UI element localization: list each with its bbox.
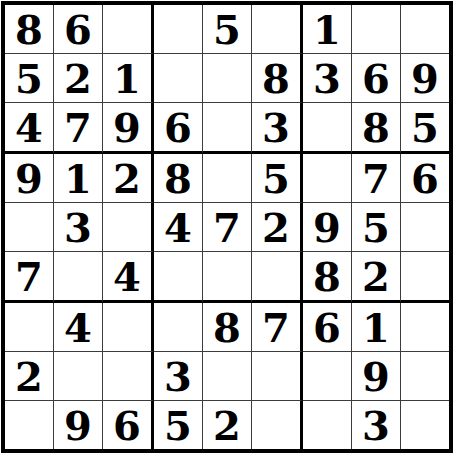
sudoku-cell-r5c1[interactable] [5, 203, 54, 252]
sudoku-cell-r3c9: 5 [401, 103, 449, 154]
sudoku-cell-r5c9[interactable] [401, 203, 449, 252]
sudoku-cell-r3c1: 4 [5, 103, 54, 154]
sudoku-cell-r8c4: 3 [154, 352, 203, 401]
sudoku-cell-r1c7: 1 [303, 5, 352, 54]
sudoku-cell-r6c9[interactable] [401, 252, 449, 303]
sudoku-cell-r2c3: 1 [103, 54, 154, 103]
sudoku-cell-r6c8: 2 [352, 252, 401, 303]
sudoku-cell-r6c2[interactable] [54, 252, 103, 303]
sudoku-cell-r8c8: 9 [352, 352, 401, 401]
sudoku-cell-r2c6: 8 [252, 54, 303, 103]
sudoku-cell-r7c6: 7 [252, 303, 303, 352]
sudoku-cell-r9c3: 6 [103, 401, 154, 449]
sudoku-cell-r8c9[interactable] [401, 352, 449, 401]
sudoku-cell-r6c5[interactable] [203, 252, 252, 303]
sudoku-cell-r3c2: 7 [54, 103, 103, 154]
sudoku-cell-r8c1: 2 [5, 352, 54, 401]
sudoku-cell-r7c2: 4 [54, 303, 103, 352]
sudoku-cell-r7c9[interactable] [401, 303, 449, 352]
sudoku-cell-r3c5[interactable] [203, 103, 252, 154]
sudoku-cell-r5c2: 3 [54, 203, 103, 252]
sudoku-cell-r5c3[interactable] [103, 203, 154, 252]
sudoku-cell-r1c8[interactable] [352, 5, 401, 54]
sudoku-cell-r3c8: 8 [352, 103, 401, 154]
sudoku-cell-r4c5[interactable] [203, 154, 252, 203]
sudoku-cell-r6c6[interactable] [252, 252, 303, 303]
sudoku-cell-r4c1: 9 [5, 154, 54, 203]
sudoku-cell-r1c5: 5 [203, 5, 252, 54]
sudoku-cell-r4c2: 1 [54, 154, 103, 203]
sudoku-cell-r9c6[interactable] [252, 401, 303, 449]
sudoku-cell-r7c1[interactable] [5, 303, 54, 352]
sudoku-board: 8651521836947963859128576347295748248761… [1, 1, 453, 453]
sudoku-cell-r8c5[interactable] [203, 352, 252, 401]
sudoku-cell-r1c4[interactable] [154, 5, 203, 54]
sudoku-cell-r9c7[interactable] [303, 401, 352, 449]
sudoku-cell-r3c7[interactable] [303, 103, 352, 154]
sudoku-cell-r1c3[interactable] [103, 5, 154, 54]
sudoku-cell-r3c4: 6 [154, 103, 203, 154]
sudoku-cell-r4c7[interactable] [303, 154, 352, 203]
sudoku-cell-r9c1[interactable] [5, 401, 54, 449]
sudoku-cell-r5c6: 2 [252, 203, 303, 252]
sudoku-cell-r9c8: 3 [352, 401, 401, 449]
sudoku-cell-r2c7: 3 [303, 54, 352, 103]
sudoku-cell-r4c6: 5 [252, 154, 303, 203]
sudoku-cell-r4c4: 8 [154, 154, 203, 203]
sudoku-cell-r7c8: 1 [352, 303, 401, 352]
sudoku-cell-r4c3: 2 [103, 154, 154, 203]
sudoku-cell-r3c3: 9 [103, 103, 154, 154]
sudoku-cell-r2c9: 9 [401, 54, 449, 103]
sudoku-cell-r7c7: 6 [303, 303, 352, 352]
sudoku-cell-r4c9: 6 [401, 154, 449, 203]
sudoku-cell-r6c7: 8 [303, 252, 352, 303]
sudoku-cell-r6c1: 7 [5, 252, 54, 303]
sudoku-cell-r8c6[interactable] [252, 352, 303, 401]
sudoku-cell-r4c8: 7 [352, 154, 401, 203]
sudoku-cell-r7c4[interactable] [154, 303, 203, 352]
sudoku-cell-r2c2: 2 [54, 54, 103, 103]
sudoku-cell-r3c6: 3 [252, 103, 303, 154]
sudoku-cell-r7c5: 8 [203, 303, 252, 352]
sudoku-grid: 8651521836947963859128576347295748248761… [5, 5, 449, 449]
sudoku-cell-r8c3[interactable] [103, 352, 154, 401]
sudoku-cell-r2c5[interactable] [203, 54, 252, 103]
sudoku-cell-r8c7[interactable] [303, 352, 352, 401]
sudoku-cell-r1c6[interactable] [252, 5, 303, 54]
sudoku-cell-r6c4[interactable] [154, 252, 203, 303]
sudoku-cell-r8c2[interactable] [54, 352, 103, 401]
sudoku-cell-r9c2: 9 [54, 401, 103, 449]
sudoku-cell-r9c4: 5 [154, 401, 203, 449]
sudoku-cell-r9c5: 2 [203, 401, 252, 449]
sudoku-cell-r7c3[interactable] [103, 303, 154, 352]
sudoku-cell-r2c8: 6 [352, 54, 401, 103]
sudoku-cell-r5c5: 7 [203, 203, 252, 252]
sudoku-cell-r1c9[interactable] [401, 5, 449, 54]
sudoku-cell-r1c1: 8 [5, 5, 54, 54]
sudoku-cell-r5c7: 9 [303, 203, 352, 252]
sudoku-cell-r2c1: 5 [5, 54, 54, 103]
sudoku-cell-r5c4: 4 [154, 203, 203, 252]
sudoku-cell-r1c2: 6 [54, 5, 103, 54]
sudoku-cell-r9c9[interactable] [401, 401, 449, 449]
sudoku-cell-r6c3: 4 [103, 252, 154, 303]
sudoku-cell-r2c4[interactable] [154, 54, 203, 103]
sudoku-cell-r5c8: 5 [352, 203, 401, 252]
